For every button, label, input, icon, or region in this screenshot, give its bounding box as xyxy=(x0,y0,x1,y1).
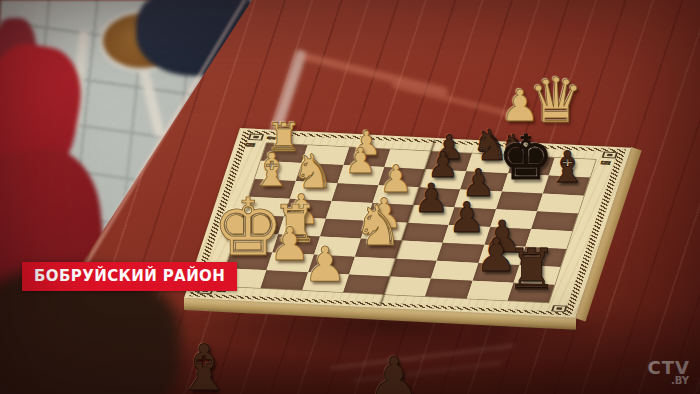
channel-watermark: CTV .BY xyxy=(648,359,690,386)
piece-wR-c7: ♜ xyxy=(272,198,318,250)
piece-bP-c2: ♟ xyxy=(482,215,521,259)
piece-wP-f5: ♟ xyxy=(379,161,413,199)
piece-wP-d7: ♟ xyxy=(283,189,321,231)
caption-badge: БОБРУЙСКИЙ РАЙОН xyxy=(22,262,237,291)
piece-wP-a6: ♟ xyxy=(303,239,346,287)
piece-wP-d5: ♟ xyxy=(365,193,403,235)
piece-bR-a1: ♜ xyxy=(506,242,557,298)
piece-bB-g1: ♝ xyxy=(548,146,587,189)
pieces-layer: ♚♜♝♜♟♟♞♟♟♟♞♟♟♟♟♟♟♟♞♟♟♚♜♝♛♟♝♟♞ xyxy=(0,0,700,394)
piece-bP-d3: ♟ xyxy=(448,197,486,239)
piece-wP-b7: ♟ xyxy=(269,221,310,267)
piece-wK-b8: ♚ xyxy=(212,188,284,268)
piece-bP-b2: ♟ xyxy=(476,232,517,278)
piece-bN-h3: ♞ xyxy=(471,125,509,167)
piece-wP-table-beyond-board-right-2: ♟ xyxy=(500,84,539,128)
piece-bP-e4: ♟ xyxy=(413,179,449,219)
piece-wP-h6: ♟ xyxy=(351,127,381,161)
piece-bK-g2: ♚ xyxy=(498,127,554,189)
piece-wQ-table-beyond-board-right: ♛ xyxy=(528,70,584,132)
watermark-text: .BY xyxy=(671,375,689,386)
piece-bP-g4: ♟ xyxy=(427,147,459,183)
piece-bP-h4: ♟ xyxy=(434,131,464,165)
piece-bB-table-foreground-left: ♝ xyxy=(175,336,232,394)
piece-wR-h8: ♜ xyxy=(266,117,301,156)
piece-wP-g6: ♟ xyxy=(344,143,376,179)
tv-frame: 87654321 87654321 HGFEDCBA HGFEDCBA ♚♜♝♜… xyxy=(0,0,700,394)
piece-bP-table-foreground-center: ♟ xyxy=(367,349,421,394)
piece-wB-f8: ♝ xyxy=(251,147,292,193)
piece-wN-c5: ♞ xyxy=(353,199,403,254)
piece-bN-table-near-right-corner: ♞ xyxy=(501,131,528,161)
piece-bP-f3: ♟ xyxy=(462,165,496,203)
piece-wN-f7: ♞ xyxy=(292,148,335,196)
